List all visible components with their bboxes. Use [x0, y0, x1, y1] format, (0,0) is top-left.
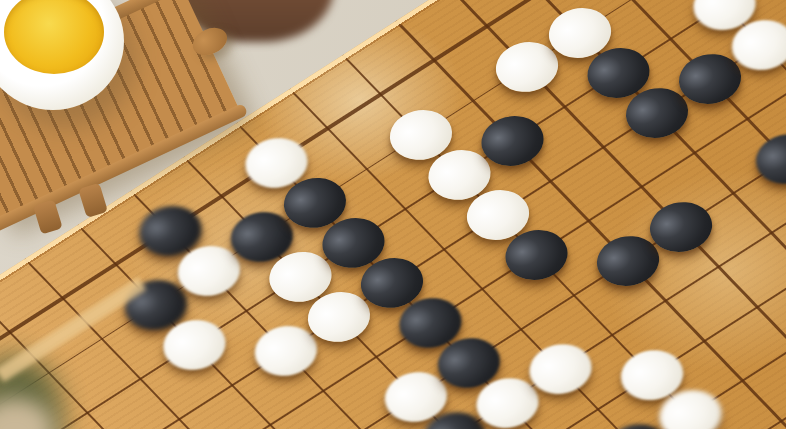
go-photo-scene	[0, 0, 786, 429]
coaster-leg	[33, 199, 63, 234]
tea-surface	[4, 0, 104, 74]
coaster-leg	[78, 183, 108, 218]
